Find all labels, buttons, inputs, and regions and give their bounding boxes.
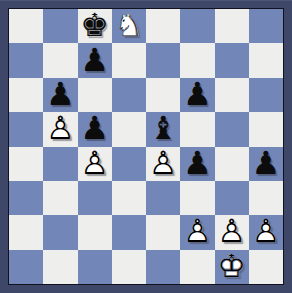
square-h7[interactable] [249,43,283,77]
square-g1[interactable]: ♚♔ [215,250,249,284]
black-pawn[interactable]: ♟ [78,112,112,146]
square-e1[interactable] [146,250,180,284]
square-d6[interactable] [112,78,146,112]
square-d8[interactable]: ♞♘ [112,9,146,43]
square-f3[interactable] [180,181,214,215]
square-g3[interactable] [215,181,249,215]
board-frame: ♚♞♘♟♟♟♟♙♟♝♟♙♟♙♟♟♟♙♟♙♟♙♚♔ [0,0,292,293]
square-g7[interactable] [215,43,249,77]
white-pawn[interactable]: ♟♙ [180,215,214,249]
square-e8[interactable] [146,9,180,43]
white-pawn[interactable]: ♟♙ [43,112,77,146]
square-e2[interactable] [146,215,180,249]
square-d1[interactable] [112,250,146,284]
square-h2[interactable]: ♟♙ [249,215,283,249]
square-c5[interactable]: ♟ [78,112,112,146]
square-h6[interactable] [249,78,283,112]
square-g8[interactable] [215,9,249,43]
square-a6[interactable] [9,78,43,112]
square-f6[interactable]: ♟ [180,78,214,112]
white-pawn[interactable]: ♟♙ [146,147,180,181]
square-d7[interactable] [112,43,146,77]
square-c4[interactable]: ♟♙ [78,147,112,181]
square-g2[interactable]: ♟♙ [215,215,249,249]
square-g5[interactable] [215,112,249,146]
square-f1[interactable] [180,250,214,284]
black-pawn[interactable]: ♟ [78,43,112,77]
white-king[interactable]: ♚♔ [215,250,249,284]
black-king[interactable]: ♚ [78,9,112,43]
square-b1[interactable] [43,250,77,284]
square-e6[interactable] [146,78,180,112]
white-pawn[interactable]: ♟♙ [215,215,249,249]
square-c1[interactable] [78,250,112,284]
square-f2[interactable]: ♟♙ [180,215,214,249]
black-bishop[interactable]: ♝ [146,112,180,146]
square-h5[interactable] [249,112,283,146]
square-g6[interactable] [215,78,249,112]
square-c2[interactable] [78,215,112,249]
square-f5[interactable] [180,112,214,146]
white-pawn[interactable]: ♟♙ [249,215,283,249]
square-a8[interactable] [9,9,43,43]
square-h4[interactable]: ♟ [249,147,283,181]
square-c7[interactable]: ♟ [78,43,112,77]
square-c6[interactable] [78,78,112,112]
square-f8[interactable] [180,9,214,43]
square-e7[interactable] [146,43,180,77]
square-d5[interactable] [112,112,146,146]
square-e4[interactable]: ♟♙ [146,147,180,181]
chess-board: ♚♞♘♟♟♟♟♙♟♝♟♙♟♙♟♟♟♙♟♙♟♙♚♔ [8,8,284,285]
square-a5[interactable] [9,112,43,146]
square-a3[interactable] [9,181,43,215]
square-e5[interactable]: ♝ [146,112,180,146]
square-d2[interactable] [112,215,146,249]
square-b5[interactable]: ♟♙ [43,112,77,146]
square-b8[interactable] [43,9,77,43]
white-knight[interactable]: ♞♘ [112,9,146,43]
square-d3[interactable] [112,181,146,215]
square-b7[interactable] [43,43,77,77]
square-a7[interactable] [9,43,43,77]
black-pawn[interactable]: ♟ [43,78,77,112]
square-b4[interactable] [43,147,77,181]
square-c8[interactable]: ♚ [78,9,112,43]
square-a1[interactable] [9,250,43,284]
square-h1[interactable] [249,250,283,284]
square-f7[interactable] [180,43,214,77]
square-e3[interactable] [146,181,180,215]
square-b2[interactable] [43,215,77,249]
square-d4[interactable] [112,147,146,181]
black-pawn[interactable]: ♟ [180,147,214,181]
square-b6[interactable]: ♟ [43,78,77,112]
white-pawn[interactable]: ♟♙ [78,147,112,181]
square-a4[interactable] [9,147,43,181]
square-a2[interactable] [9,215,43,249]
square-h8[interactable] [249,9,283,43]
square-b3[interactable] [43,181,77,215]
square-g4[interactable] [215,147,249,181]
black-pawn[interactable]: ♟ [249,147,283,181]
black-pawn[interactable]: ♟ [180,78,214,112]
square-c3[interactable] [78,181,112,215]
square-f4[interactable]: ♟ [180,147,214,181]
square-h3[interactable] [249,181,283,215]
